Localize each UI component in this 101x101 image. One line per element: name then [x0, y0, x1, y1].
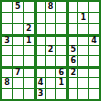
given-cell[interactable]: 3 [2, 35, 12, 45]
empty-cell[interactable] [89, 13, 99, 23]
empty-cell[interactable] [67, 24, 77, 34]
given-cell[interactable]: 6 [56, 67, 66, 77]
empty-cell[interactable] [13, 24, 23, 34]
given-cell[interactable]: 1 [24, 35, 34, 45]
empty-cell[interactable] [78, 35, 88, 45]
given-cell[interactable]: 1 [56, 78, 66, 88]
empty-cell[interactable] [2, 24, 12, 34]
empty-cell[interactable] [46, 56, 56, 66]
empty-cell[interactable] [2, 56, 12, 66]
empty-cell[interactable] [13, 46, 23, 56]
empty-cell[interactable] [67, 78, 77, 88]
empty-cell[interactable] [35, 46, 45, 56]
empty-cell[interactable] [2, 2, 12, 12]
empty-cell[interactable] [13, 13, 23, 23]
given-cell[interactable]: 2 [46, 46, 56, 56]
empty-cell[interactable] [56, 35, 66, 45]
empty-cell[interactable] [78, 89, 88, 99]
given-cell[interactable]: 3 [35, 89, 45, 99]
empty-cell[interactable] [35, 2, 45, 12]
given-cell[interactable]: 8 [2, 78, 12, 88]
empty-cell[interactable] [13, 56, 23, 66]
empty-cell[interactable] [24, 67, 34, 77]
empty-cell[interactable] [46, 78, 56, 88]
empty-cell[interactable] [13, 35, 23, 45]
empty-cell[interactable] [78, 78, 88, 88]
empty-cell[interactable] [46, 35, 56, 45]
empty-cell[interactable] [46, 89, 56, 99]
empty-cell[interactable] [78, 24, 88, 34]
empty-cell[interactable] [67, 2, 77, 12]
empty-cell[interactable] [24, 89, 34, 99]
empty-cell[interactable] [2, 67, 12, 77]
empty-cell[interactable] [78, 67, 88, 77]
empty-cell[interactable] [35, 67, 45, 77]
given-cell[interactable]: 2 [67, 67, 77, 77]
empty-cell[interactable] [24, 13, 34, 23]
empty-cell[interactable] [56, 89, 66, 99]
empty-cell[interactable] [24, 56, 34, 66]
empty-cell[interactable] [89, 78, 99, 88]
given-cell[interactable]: 5 [67, 46, 77, 56]
empty-cell[interactable] [46, 67, 56, 77]
empty-cell[interactable] [35, 24, 45, 34]
given-cell[interactable]: 5 [13, 2, 23, 12]
empty-cell[interactable] [78, 46, 88, 56]
empty-cell[interactable] [24, 2, 34, 12]
empty-cell[interactable] [13, 78, 23, 88]
empty-cell[interactable] [46, 24, 56, 34]
given-cell[interactable]: 2 [24, 24, 34, 34]
empty-cell[interactable] [89, 89, 99, 99]
empty-cell[interactable] [89, 46, 99, 56]
empty-cell[interactable] [2, 46, 12, 56]
empty-cell[interactable] [78, 2, 88, 12]
empty-cell[interactable] [67, 13, 77, 23]
given-cell[interactable]: 8 [46, 2, 56, 12]
given-cell[interactable]: 4 [89, 35, 99, 45]
empty-cell[interactable] [78, 56, 88, 66]
empty-cell[interactable] [35, 13, 45, 23]
empty-cell[interactable] [89, 67, 99, 77]
empty-cell[interactable] [56, 13, 66, 23]
empty-cell[interactable] [2, 89, 12, 99]
empty-cell[interactable] [56, 2, 66, 12]
empty-cell[interactable] [56, 24, 66, 34]
empty-cell[interactable] [24, 78, 34, 88]
empty-cell[interactable] [89, 2, 99, 12]
empty-cell[interactable] [24, 46, 34, 56]
empty-cell[interactable] [46, 13, 56, 23]
sudoku-board: 58123142567628413 [0, 0, 101, 101]
given-cell[interactable]: 6 [67, 56, 77, 66]
empty-cell[interactable] [89, 56, 99, 66]
empty-cell[interactable] [56, 46, 66, 56]
empty-cell[interactable] [67, 35, 77, 45]
empty-cell[interactable] [2, 13, 12, 23]
given-cell[interactable]: 4 [35, 78, 45, 88]
empty-cell[interactable] [35, 56, 45, 66]
empty-cell[interactable] [89, 24, 99, 34]
empty-cell[interactable] [67, 89, 77, 99]
empty-cell[interactable] [56, 56, 66, 66]
given-cell[interactable]: 1 [78, 13, 88, 23]
empty-cell[interactable] [13, 89, 23, 99]
given-cell[interactable]: 7 [13, 67, 23, 77]
empty-cell[interactable] [35, 35, 45, 45]
